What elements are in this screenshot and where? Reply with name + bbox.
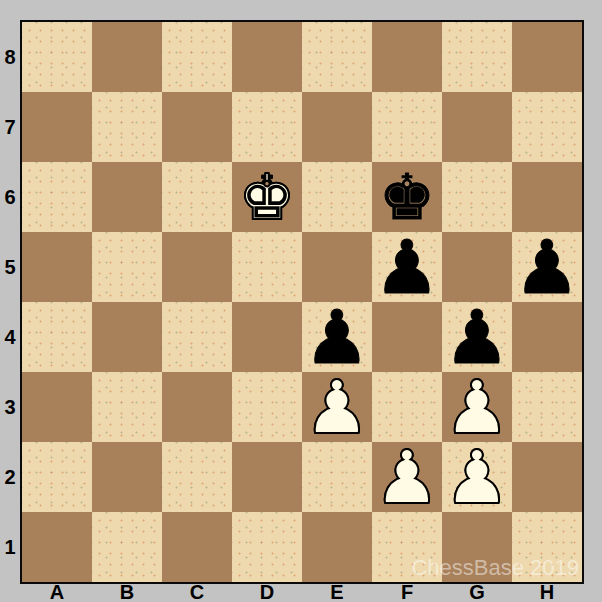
square-a2[interactable]	[22, 442, 92, 512]
square-d4[interactable]	[232, 302, 302, 372]
white-pawn[interactable]: ♟	[444, 440, 510, 514]
square-b8[interactable]	[92, 22, 162, 92]
rank-label-4: 4	[0, 302, 20, 372]
square-h8[interactable]	[512, 22, 582, 92]
black-king[interactable]: ♚	[379, 166, 435, 229]
square-f5[interactable]: ♟	[372, 232, 442, 302]
rank-label-3: 3	[0, 372, 20, 442]
file-label-d: D	[232, 582, 302, 602]
square-g5[interactable]	[442, 232, 512, 302]
square-c8[interactable]	[162, 22, 232, 92]
square-g7[interactable]	[442, 92, 512, 162]
square-c7[interactable]	[162, 92, 232, 162]
square-d8[interactable]	[232, 22, 302, 92]
square-h7[interactable]	[512, 92, 582, 162]
file-label-b: B	[92, 582, 162, 602]
file-label-f: F	[372, 582, 442, 602]
square-c2[interactable]	[162, 442, 232, 512]
file-label-c: C	[162, 582, 232, 602]
black-pawn[interactable]: ♟	[444, 300, 510, 374]
square-a8[interactable]	[22, 22, 92, 92]
square-h1[interactable]	[512, 512, 582, 582]
square-e7[interactable]	[302, 92, 372, 162]
rank-label-5: 5	[0, 232, 20, 302]
square-d3[interactable]	[232, 372, 302, 442]
square-g4[interactable]: ♟	[442, 302, 512, 372]
rank-label-1: 1	[0, 512, 20, 582]
square-h6[interactable]	[512, 162, 582, 232]
file-label-e: E	[302, 582, 372, 602]
square-g8[interactable]	[442, 22, 512, 92]
square-g3[interactable]: ♟	[442, 372, 512, 442]
square-c1[interactable]	[162, 512, 232, 582]
file-labels: ABCDEFGH	[22, 582, 582, 602]
chess-board: ChessBase 2019 ♚♚♟♟♟♟♟♟♟♟	[20, 20, 584, 584]
square-f2[interactable]: ♟	[372, 442, 442, 512]
white-pawn[interactable]: ♟	[304, 370, 370, 444]
square-b5[interactable]	[92, 232, 162, 302]
square-h3[interactable]	[512, 372, 582, 442]
square-a6[interactable]	[22, 162, 92, 232]
square-d2[interactable]	[232, 442, 302, 512]
square-b3[interactable]	[92, 372, 162, 442]
white-king[interactable]: ♚	[239, 166, 295, 229]
square-g6[interactable]	[442, 162, 512, 232]
square-a1[interactable]	[22, 512, 92, 582]
square-e4[interactable]: ♟	[302, 302, 372, 372]
square-d1[interactable]	[232, 512, 302, 582]
rank-labels: 87654321	[0, 22, 20, 582]
square-e3[interactable]: ♟	[302, 372, 372, 442]
file-label-a: A	[22, 582, 92, 602]
square-g1[interactable]	[442, 512, 512, 582]
square-f1[interactable]	[372, 512, 442, 582]
square-c3[interactable]	[162, 372, 232, 442]
square-h2[interactable]	[512, 442, 582, 512]
square-c5[interactable]	[162, 232, 232, 302]
square-d7[interactable]	[232, 92, 302, 162]
white-pawn[interactable]: ♟	[374, 440, 440, 514]
square-d5[interactable]	[232, 232, 302, 302]
square-e2[interactable]	[302, 442, 372, 512]
square-f7[interactable]	[372, 92, 442, 162]
square-a4[interactable]	[22, 302, 92, 372]
chess-diagram: 87654321 ChessBase 2019 ♚♚♟♟♟♟♟♟♟♟ ABCDE…	[0, 0, 602, 602]
square-e5[interactable]	[302, 232, 372, 302]
black-pawn[interactable]: ♟	[514, 230, 580, 304]
square-f8[interactable]	[372, 22, 442, 92]
square-b6[interactable]	[92, 162, 162, 232]
rank-label-7: 7	[0, 92, 20, 162]
square-c6[interactable]	[162, 162, 232, 232]
rank-label-6: 6	[0, 162, 20, 232]
square-f4[interactable]	[372, 302, 442, 372]
square-h5[interactable]: ♟	[512, 232, 582, 302]
square-g2[interactable]: ♟	[442, 442, 512, 512]
black-pawn[interactable]: ♟	[304, 300, 370, 374]
file-label-h: H	[512, 582, 582, 602]
square-b1[interactable]	[92, 512, 162, 582]
square-a3[interactable]	[22, 372, 92, 442]
square-e1[interactable]	[302, 512, 372, 582]
square-f3[interactable]	[372, 372, 442, 442]
square-e8[interactable]	[302, 22, 372, 92]
square-a5[interactable]	[22, 232, 92, 302]
square-h4[interactable]	[512, 302, 582, 372]
file-label-g: G	[442, 582, 512, 602]
square-e6[interactable]	[302, 162, 372, 232]
square-b2[interactable]	[92, 442, 162, 512]
square-d6[interactable]: ♚	[232, 162, 302, 232]
rank-label-2: 2	[0, 442, 20, 512]
square-f6[interactable]: ♚	[372, 162, 442, 232]
white-pawn[interactable]: ♟	[444, 370, 510, 444]
square-b7[interactable]	[92, 92, 162, 162]
square-b4[interactable]	[92, 302, 162, 372]
rank-label-8: 8	[0, 22, 20, 92]
square-c4[interactable]	[162, 302, 232, 372]
square-a7[interactable]	[22, 92, 92, 162]
black-pawn[interactable]: ♟	[374, 230, 440, 304]
